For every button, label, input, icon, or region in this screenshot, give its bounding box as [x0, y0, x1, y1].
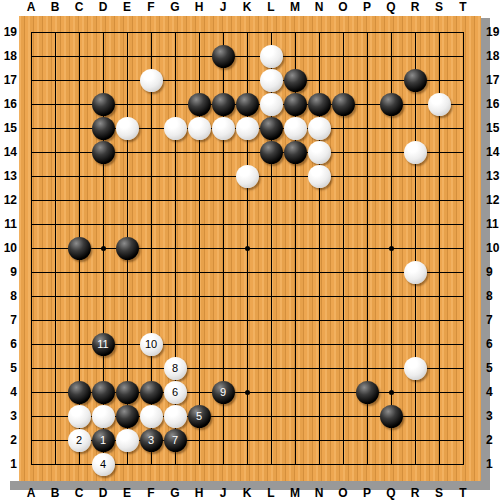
coord-label-top-H: H — [187, 0, 211, 15]
stone-white-K13[interactable] — [236, 165, 259, 188]
stone-white-C2[interactable]: 2 — [68, 429, 91, 452]
coord-label-bottom-O: O — [331, 486, 355, 500]
star-point-Q4 — [389, 390, 394, 395]
coord-label-top-A: A — [19, 0, 43, 15]
stone-white-N13[interactable] — [308, 165, 331, 188]
coord-label-right-5: 5 — [486, 361, 500, 376]
stone-black-L15[interactable] — [260, 117, 283, 140]
coord-label-right-1: 1 — [486, 457, 500, 472]
coord-label-bottom-P: P — [355, 486, 379, 500]
move-number-7: 7 — [172, 435, 178, 446]
stone-white-R5[interactable] — [404, 357, 427, 380]
stone-white-E15[interactable] — [116, 117, 139, 140]
stone-black-K16[interactable] — [236, 93, 259, 116]
stone-black-P4[interactable] — [356, 381, 379, 404]
coord-label-right-17: 17 — [486, 73, 500, 88]
coord-label-top-M: M — [283, 0, 307, 15]
stone-black-H3[interactable]: 5 — [188, 405, 211, 428]
coord-label-left-16: 16 — [0, 97, 17, 112]
coord-label-left-11: 11 — [0, 217, 17, 232]
stone-white-L18[interactable] — [260, 45, 283, 68]
stone-white-H15[interactable] — [188, 117, 211, 140]
go-board[interactable]: 1110869521374 — [19, 16, 481, 481]
coord-label-top-N: N — [307, 0, 331, 15]
move-number-4: 4 — [100, 459, 106, 470]
coord-label-right-16: 16 — [486, 97, 500, 112]
stone-black-E10[interactable] — [116, 237, 139, 260]
coord-label-top-L: L — [259, 0, 283, 15]
move-number-9: 9 — [220, 387, 226, 398]
move-number-6: 6 — [172, 387, 178, 398]
coord-label-bottom-H: H — [187, 486, 211, 500]
stone-white-D3[interactable] — [92, 405, 115, 428]
coord-label-left-9: 9 — [0, 265, 17, 280]
coord-label-left-17: 17 — [0, 73, 17, 88]
star-point-K10 — [245, 246, 250, 251]
coord-label-right-18: 18 — [486, 49, 500, 64]
stone-white-G5[interactable]: 8 — [164, 357, 187, 380]
coord-label-top-G: G — [163, 0, 187, 15]
stone-white-R14[interactable] — [404, 141, 427, 164]
coord-label-left-15: 15 — [0, 121, 17, 136]
stone-black-G2[interactable]: 7 — [164, 429, 187, 452]
stone-white-L17[interactable] — [260, 69, 283, 92]
coord-label-right-12: 12 — [486, 193, 500, 208]
coord-label-left-1: 1 — [0, 457, 17, 472]
coord-label-bottom-K: K — [235, 486, 259, 500]
coord-label-right-13: 13 — [486, 169, 500, 184]
stone-white-D1[interactable]: 4 — [92, 453, 115, 476]
stone-white-M15[interactable] — [284, 117, 307, 140]
star-point-D10 — [101, 246, 106, 251]
move-number-10: 10 — [145, 339, 157, 350]
stone-white-E2[interactable] — [116, 429, 139, 452]
coord-label-right-15: 15 — [486, 121, 500, 136]
stone-white-F3[interactable] — [140, 405, 163, 428]
coord-label-bottom-Q: Q — [379, 486, 403, 500]
move-number-3: 3 — [148, 435, 154, 446]
coord-label-bottom-G: G — [163, 486, 187, 500]
coord-label-right-10: 10 — [486, 241, 500, 256]
stone-white-L16[interactable] — [260, 93, 283, 116]
coord-label-right-3: 3 — [486, 409, 500, 424]
coord-label-top-E: E — [115, 0, 139, 15]
coord-label-left-10: 10 — [0, 241, 17, 256]
stone-black-C4[interactable] — [68, 381, 91, 404]
stone-black-M16[interactable] — [284, 93, 307, 116]
coord-label-bottom-A: A — [19, 486, 43, 500]
coord-label-left-5: 5 — [0, 361, 17, 376]
stone-white-G15[interactable] — [164, 117, 187, 140]
coord-label-top-S: S — [427, 0, 451, 15]
coord-label-bottom-S: S — [427, 486, 451, 500]
stone-white-N14[interactable] — [308, 141, 331, 164]
stone-black-H16[interactable] — [188, 93, 211, 116]
stone-black-D16[interactable] — [92, 93, 115, 116]
coord-label-left-8: 8 — [0, 289, 17, 304]
coord-label-left-3: 3 — [0, 409, 17, 424]
move-number-5: 5 — [196, 411, 202, 422]
move-number-2: 2 — [76, 435, 82, 446]
move-number-11: 11 — [97, 339, 108, 350]
coord-label-bottom-R: R — [403, 486, 427, 500]
stone-black-F2[interactable]: 3 — [140, 429, 163, 452]
stone-black-D14[interactable] — [92, 141, 115, 164]
stone-black-F4[interactable] — [140, 381, 163, 404]
coord-label-top-B: B — [43, 0, 67, 15]
coord-label-left-18: 18 — [0, 49, 17, 64]
coord-label-top-K: K — [235, 0, 259, 15]
coord-label-bottom-T: T — [451, 486, 475, 500]
coord-label-bottom-L: L — [259, 486, 283, 500]
coord-label-top-R: R — [403, 0, 427, 15]
coord-label-right-9: 9 — [486, 265, 500, 280]
stone-black-E3[interactable] — [116, 405, 139, 428]
star-point-Q10 — [389, 246, 394, 251]
stone-white-F6[interactable]: 10 — [140, 333, 163, 356]
coord-label-bottom-E: E — [115, 486, 139, 500]
coord-label-left-12: 12 — [0, 193, 17, 208]
stone-white-G3[interactable] — [164, 405, 187, 428]
coord-label-top-J: J — [211, 0, 235, 15]
stone-black-M14[interactable] — [284, 141, 307, 164]
stone-black-Q16[interactable] — [380, 93, 403, 116]
coord-label-left-6: 6 — [0, 337, 17, 352]
stone-black-J4[interactable]: 9 — [212, 381, 235, 404]
coord-label-top-C: C — [67, 0, 91, 15]
stone-black-J18[interactable] — [212, 45, 235, 68]
move-number-8: 8 — [172, 363, 178, 374]
coord-label-left-2: 2 — [0, 433, 17, 448]
stone-black-C10[interactable] — [68, 237, 91, 260]
coord-label-left-14: 14 — [0, 145, 17, 160]
coord-label-bottom-F: F — [139, 486, 163, 500]
coord-label-bottom-M: M — [283, 486, 307, 500]
stone-black-D6[interactable]: 11 — [92, 333, 115, 356]
coord-label-top-Q: Q — [379, 0, 403, 15]
stone-white-R9[interactable] — [404, 261, 427, 284]
stone-white-S16[interactable] — [428, 93, 451, 116]
coord-label-top-T: T — [451, 0, 475, 15]
coord-label-top-O: O — [331, 0, 355, 15]
coord-label-right-6: 6 — [486, 337, 500, 352]
coord-label-bottom-N: N — [307, 486, 331, 500]
coord-label-left-19: 19 — [0, 25, 17, 40]
stone-black-Q3[interactable] — [380, 405, 403, 428]
coord-label-right-8: 8 — [486, 289, 500, 304]
coord-label-left-4: 4 — [0, 385, 17, 400]
stone-black-D4[interactable] — [92, 381, 115, 404]
stone-white-C3[interactable] — [68, 405, 91, 428]
stone-black-N16[interactable] — [308, 93, 331, 116]
stone-black-M17[interactable] — [284, 69, 307, 92]
coord-label-right-14: 14 — [486, 145, 500, 160]
coord-label-right-19: 19 — [486, 25, 500, 40]
stone-white-G4[interactable]: 6 — [164, 381, 187, 404]
stone-black-J16[interactable] — [212, 93, 235, 116]
go-board-page: 1110869521374 AABBCCDDEEFFGGHHJJKKLLMMNN… — [0, 0, 500, 500]
stone-black-D2[interactable]: 1 — [92, 429, 115, 452]
coord-label-left-7: 7 — [0, 313, 17, 328]
coord-label-right-2: 2 — [486, 433, 500, 448]
stone-white-K15[interactable] — [236, 117, 259, 140]
stone-black-R17[interactable] — [404, 69, 427, 92]
coord-label-top-F: F — [139, 0, 163, 15]
stone-black-E4[interactable] — [116, 381, 139, 404]
coord-label-right-11: 11 — [486, 217, 500, 232]
coord-label-bottom-B: B — [43, 486, 67, 500]
stone-black-L14[interactable] — [260, 141, 283, 164]
coord-label-bottom-C: C — [67, 486, 91, 500]
stone-white-F17[interactable] — [140, 69, 163, 92]
coord-label-top-D: D — [91, 0, 115, 15]
star-point-K4 — [245, 390, 250, 395]
coord-label-top-P: P — [355, 0, 379, 15]
stone-black-D15[interactable] — [92, 117, 115, 140]
coord-label-right-4: 4 — [486, 385, 500, 400]
coord-label-bottom-J: J — [211, 486, 235, 500]
coord-label-bottom-D: D — [91, 486, 115, 500]
stone-black-O16[interactable] — [332, 93, 355, 116]
move-number-1: 1 — [100, 435, 106, 446]
stone-white-N15[interactable] — [308, 117, 331, 140]
coord-label-right-7: 7 — [486, 313, 500, 328]
stone-white-J15[interactable] — [212, 117, 235, 140]
coord-label-left-13: 13 — [0, 169, 17, 184]
